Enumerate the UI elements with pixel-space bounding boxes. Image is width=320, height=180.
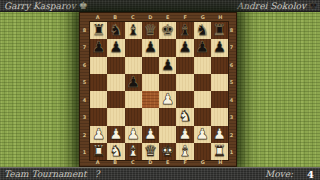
- square-g2[interactable]: ♟: [194, 126, 211, 143]
- square-g8[interactable]: ♞: [194, 22, 211, 39]
- rank-label-7: 7: [81, 39, 88, 57]
- square-e4[interactable]: ♟: [159, 91, 176, 108]
- square-b5[interactable]: [107, 74, 124, 91]
- chess-board: ABCDEFGH 87654321 ♜♞♝♛♚♝♞♜♟♟♟♟♟♟♟♟♟♞♟♟♟♟…: [79, 12, 237, 167]
- piece-black-pawn: ♟: [178, 40, 191, 55]
- square-f6[interactable]: [176, 57, 193, 74]
- square-a7[interactable]: ♟: [90, 39, 107, 56]
- square-h7[interactable]: ♟: [211, 39, 228, 56]
- file-label-e: E: [159, 159, 177, 165]
- white-player-name: Garry Kasparov: [4, 1, 76, 11]
- rank-label-3: 3: [81, 109, 88, 127]
- square-d7[interactable]: ♟: [142, 39, 159, 56]
- square-b7[interactable]: ♟: [107, 39, 124, 56]
- square-d5[interactable]: [142, 74, 159, 91]
- rank-label-8: 8: [81, 21, 88, 39]
- file-label-b: B: [107, 159, 125, 165]
- board-grid: ♜♞♝♛♚♝♞♜♟♟♟♟♟♟♟♟♟♞♟♟♟♟♟♟♟♜♞♝♛♚♝♜: [89, 21, 229, 161]
- rank-label-1: 1: [81, 144, 88, 162]
- event-name: Team Tournament: [4, 169, 87, 179]
- square-b1[interactable]: ♞: [107, 143, 124, 160]
- piece-white-pawn: ♟: [144, 127, 157, 142]
- square-d2[interactable]: ♟: [142, 126, 159, 143]
- move-label: Move:: [265, 169, 293, 179]
- rank-label-2: 2: [81, 126, 88, 144]
- square-b4[interactable]: [107, 91, 124, 108]
- square-c6[interactable]: [125, 57, 142, 74]
- file-label-c: C: [124, 14, 142, 20]
- square-h1[interactable]: ♜: [211, 143, 228, 160]
- square-d8[interactable]: ♛: [142, 22, 159, 39]
- square-f5[interactable]: [176, 74, 193, 91]
- square-h8[interactable]: ♜: [211, 22, 228, 39]
- square-e6[interactable]: ♟: [159, 57, 176, 74]
- square-f1[interactable]: ♝: [176, 143, 193, 160]
- piece-white-rook: ♜: [92, 144, 105, 159]
- square-c7[interactable]: [125, 39, 142, 56]
- file-labels-top: ABCDEFGH: [89, 14, 229, 20]
- file-label-a: A: [89, 159, 107, 165]
- square-a1[interactable]: ♜: [90, 143, 107, 160]
- square-b6[interactable]: [107, 57, 124, 74]
- black-king-icon: ♚: [309, 1, 318, 11]
- piece-black-pawn: ♟: [92, 40, 105, 55]
- piece-black-rook: ♜: [213, 23, 226, 38]
- player-bar: Garry Kasparov ♚ Andrei Sokolov ♚: [0, 0, 320, 12]
- square-a6[interactable]: [90, 57, 107, 74]
- file-label-d: D: [142, 14, 160, 20]
- square-e1[interactable]: ♚: [159, 143, 176, 160]
- rank-labels-left: 87654321: [81, 21, 88, 161]
- square-d1[interactable]: ♛: [142, 143, 159, 160]
- rank-label-3: 3: [228, 109, 235, 127]
- file-label-e: E: [159, 14, 177, 20]
- piece-white-bishop: ♝: [126, 144, 139, 159]
- square-b3[interactable]: [107, 108, 124, 125]
- square-f4[interactable]: [176, 91, 193, 108]
- square-g7[interactable]: ♟: [194, 39, 211, 56]
- white-king-icon: ♚: [79, 1, 88, 11]
- square-a2[interactable]: ♟: [90, 126, 107, 143]
- square-g5[interactable]: [194, 74, 211, 91]
- square-h6[interactable]: [211, 57, 228, 74]
- rank-label-2: 2: [228, 126, 235, 144]
- piece-black-bishop: ♝: [126, 23, 139, 38]
- file-label-b: B: [107, 14, 125, 20]
- piece-black-knight: ♞: [109, 23, 122, 38]
- square-f3[interactable]: ♞: [176, 108, 193, 125]
- rank-label-4: 4: [81, 91, 88, 109]
- square-d6[interactable]: [142, 57, 159, 74]
- file-label-f: F: [177, 159, 195, 165]
- piece-white-bishop: ♝: [178, 144, 191, 159]
- file-label-g: G: [194, 14, 212, 20]
- file-label-c: C: [124, 159, 142, 165]
- square-c1[interactable]: ♝: [125, 143, 142, 160]
- file-labels-bottom: ABCDEFGH: [89, 159, 229, 165]
- event-status-symbol: ?: [95, 169, 100, 179]
- square-b8[interactable]: ♞: [107, 22, 124, 39]
- piece-black-pawn: ♟: [109, 40, 122, 55]
- square-g3[interactable]: [194, 108, 211, 125]
- piece-white-pawn: ♟: [161, 92, 174, 107]
- square-e2[interactable]: [159, 126, 176, 143]
- square-b2[interactable]: ♟: [107, 126, 124, 143]
- file-label-a: A: [89, 14, 107, 20]
- piece-white-rook: ♜: [213, 144, 226, 159]
- piece-white-pawn: ♟: [126, 127, 139, 142]
- piece-black-pawn: ♟: [126, 75, 139, 90]
- square-e7[interactable]: [159, 39, 176, 56]
- piece-black-pawn: ♟: [144, 40, 157, 55]
- square-a4[interactable]: [90, 91, 107, 108]
- piece-black-king: ♚: [161, 23, 174, 38]
- square-g1[interactable]: [194, 143, 211, 160]
- square-a8[interactable]: ♜: [90, 22, 107, 39]
- file-label-g: G: [194, 159, 212, 165]
- square-e5[interactable]: [159, 74, 176, 91]
- square-d4[interactable]: [142, 91, 159, 108]
- file-label-h: H: [212, 159, 230, 165]
- piece-black-pawn: ♟: [195, 40, 208, 55]
- rank-label-7: 7: [228, 39, 235, 57]
- piece-black-pawn: ♟: [161, 58, 174, 73]
- status-bar: Team Tournament ? Move: 4: [0, 167, 320, 180]
- square-c4[interactable]: [125, 91, 142, 108]
- piece-white-knight: ♞: [178, 109, 191, 124]
- rank-label-8: 8: [228, 21, 235, 39]
- move-number: 4: [307, 169, 314, 180]
- rank-label-4: 4: [228, 91, 235, 109]
- file-label-h: H: [212, 14, 230, 20]
- square-h2[interactable]: ♟: [211, 126, 228, 143]
- square-h5[interactable]: [211, 74, 228, 91]
- piece-white-king: ♚: [161, 144, 174, 159]
- piece-white-pawn: ♟: [92, 127, 105, 142]
- square-g6[interactable]: [194, 57, 211, 74]
- file-label-d: D: [142, 159, 160, 165]
- piece-black-pawn: ♟: [213, 40, 226, 55]
- piece-white-queen: ♛: [144, 144, 157, 159]
- square-a5[interactable]: [90, 74, 107, 91]
- rank-label-6: 6: [81, 56, 88, 74]
- piece-white-pawn: ♟: [195, 127, 208, 142]
- square-h3[interactable]: [211, 108, 228, 125]
- square-e8[interactable]: ♚: [159, 22, 176, 39]
- piece-black-bishop: ♝: [178, 23, 191, 38]
- square-f8[interactable]: ♝: [176, 22, 193, 39]
- square-a3[interactable]: [90, 108, 107, 125]
- square-c8[interactable]: ♝: [125, 22, 142, 39]
- square-c3[interactable]: [125, 108, 142, 125]
- piece-black-knight: ♞: [195, 23, 208, 38]
- square-c2[interactable]: ♟: [125, 126, 142, 143]
- square-e3[interactable]: [159, 108, 176, 125]
- piece-black-rook: ♜: [92, 23, 105, 38]
- file-label-f: F: [177, 14, 195, 20]
- piece-white-knight: ♞: [109, 144, 122, 159]
- square-f7[interactable]: ♟: [176, 39, 193, 56]
- piece-white-pawn: ♟: [213, 127, 226, 142]
- rank-labels-right: 87654321: [228, 21, 235, 161]
- rank-label-1: 1: [228, 144, 235, 162]
- black-player-name: Andrei Sokolov: [237, 1, 306, 11]
- piece-white-pawn: ♟: [109, 127, 122, 142]
- square-d3[interactable]: [142, 108, 159, 125]
- square-h4[interactable]: [211, 91, 228, 108]
- piece-black-queen: ♛: [144, 23, 157, 38]
- piece-white-pawn: ♟: [178, 127, 191, 142]
- rank-label-5: 5: [81, 74, 88, 92]
- square-c5[interactable]: ♟: [125, 74, 142, 91]
- square-g4[interactable]: [194, 91, 211, 108]
- rank-label-6: 6: [228, 56, 235, 74]
- rank-label-5: 5: [228, 74, 235, 92]
- square-f2[interactable]: ♟: [176, 126, 193, 143]
- chess-app-window: Garry Kasparov ♚ Andrei Sokolov ♚ ABCDEF…: [0, 0, 320, 180]
